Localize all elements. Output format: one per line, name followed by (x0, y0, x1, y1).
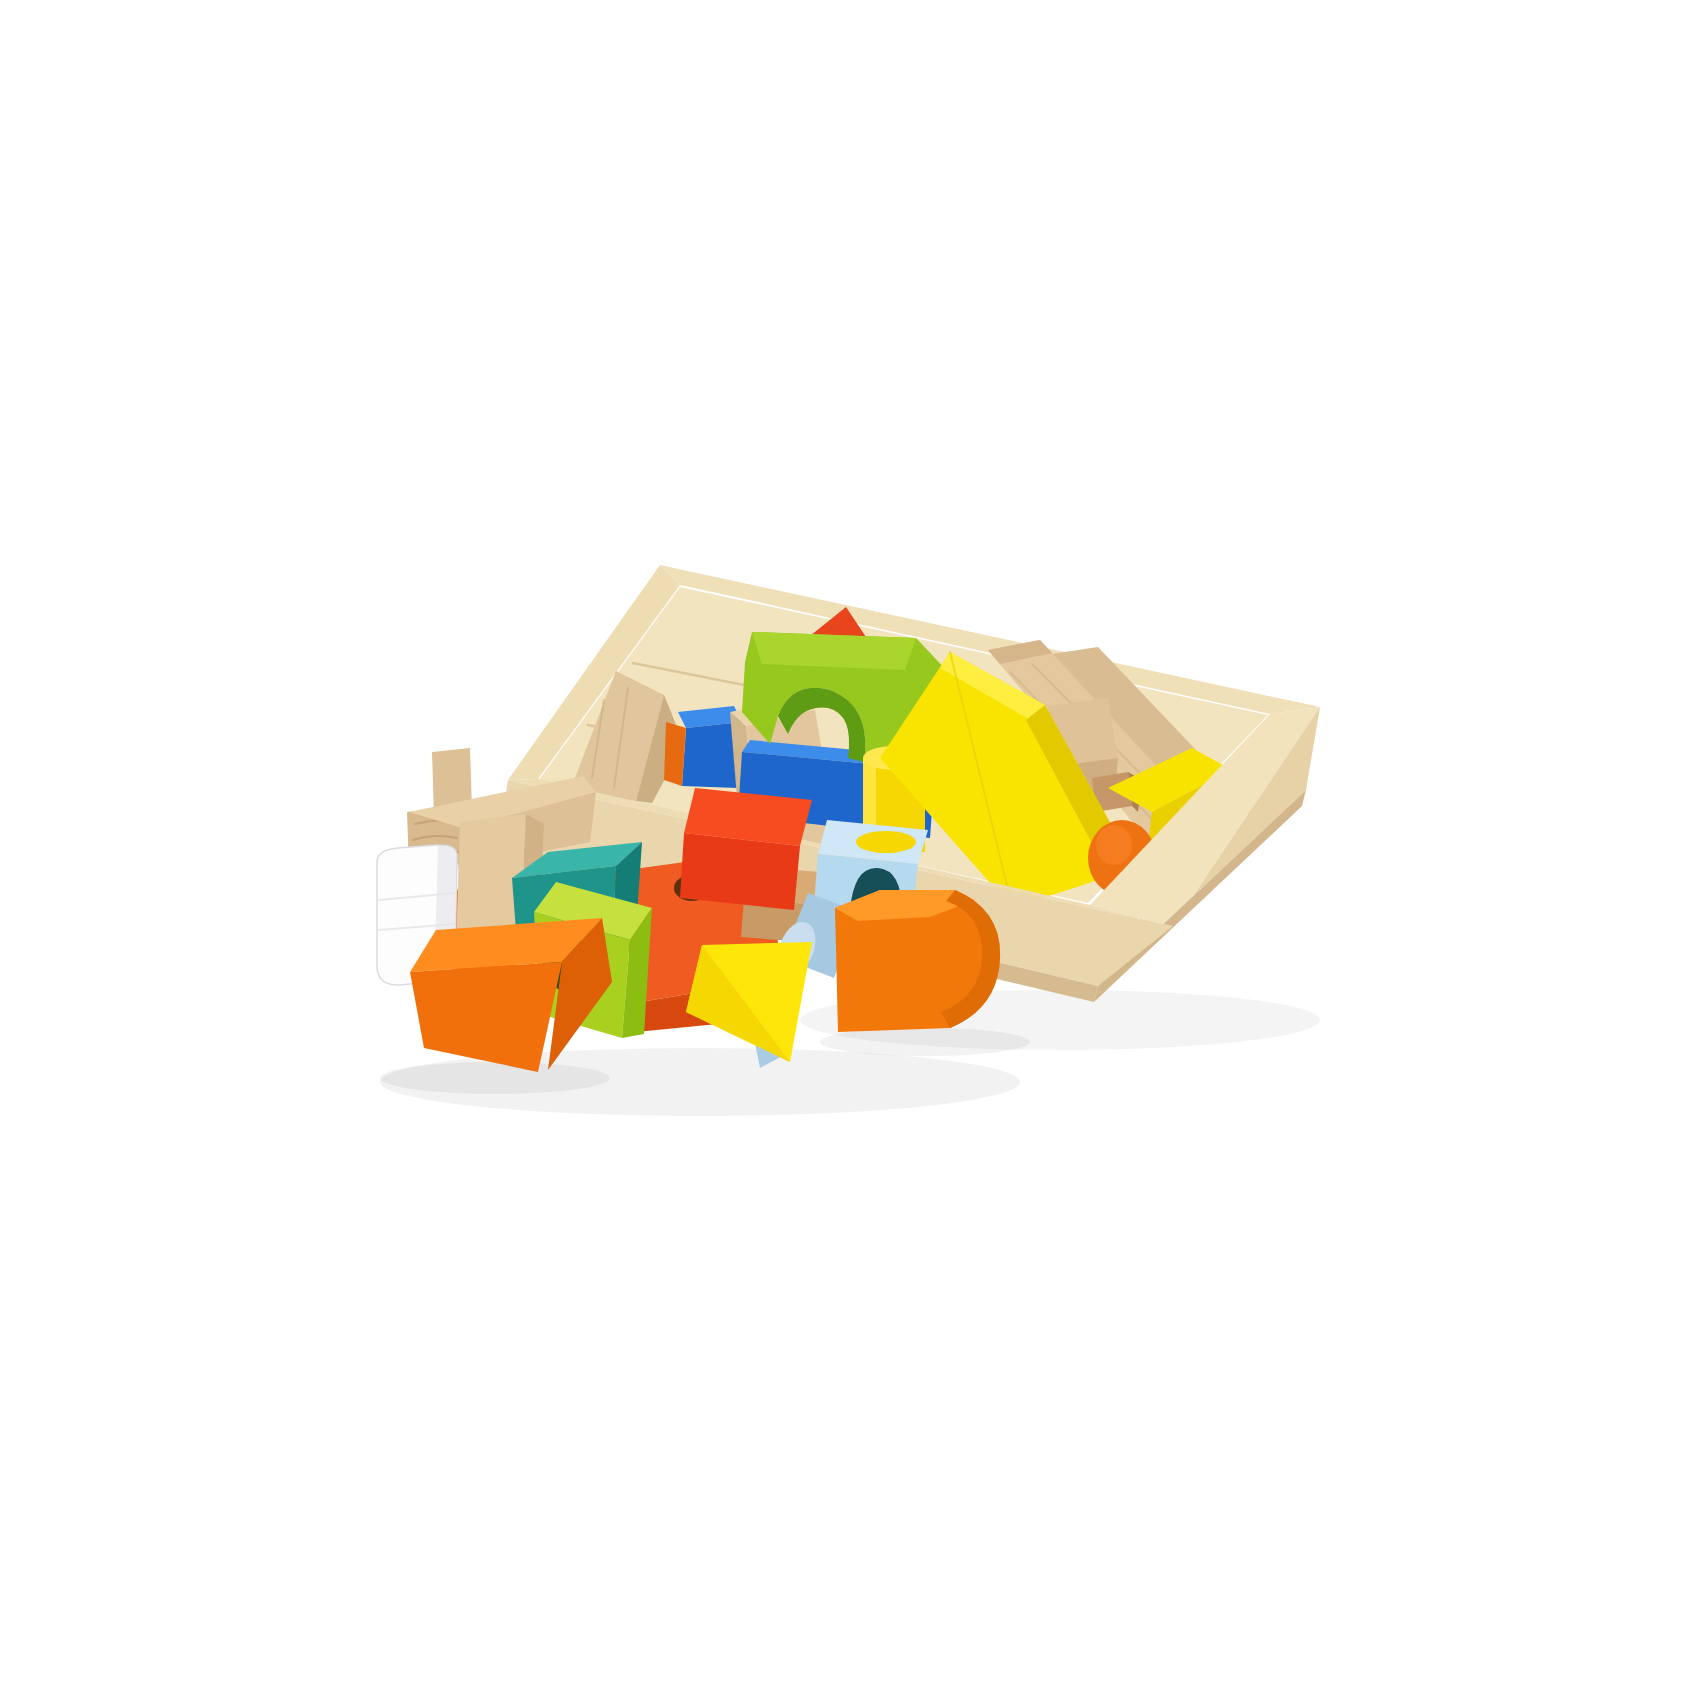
block-red-cube-front (680, 833, 800, 910)
shadow-under-orange-prism (380, 1062, 610, 1094)
block-sorter-cube-entry (856, 831, 916, 853)
product-photo (0, 0, 1700, 1700)
shadow-under-halfround (820, 1028, 1030, 1056)
block-green-arch-top (752, 632, 916, 670)
photo-svg (0, 0, 1700, 1700)
block-orange-prism-front (410, 962, 562, 1072)
block-orange-wheel-highlight (1096, 825, 1132, 865)
